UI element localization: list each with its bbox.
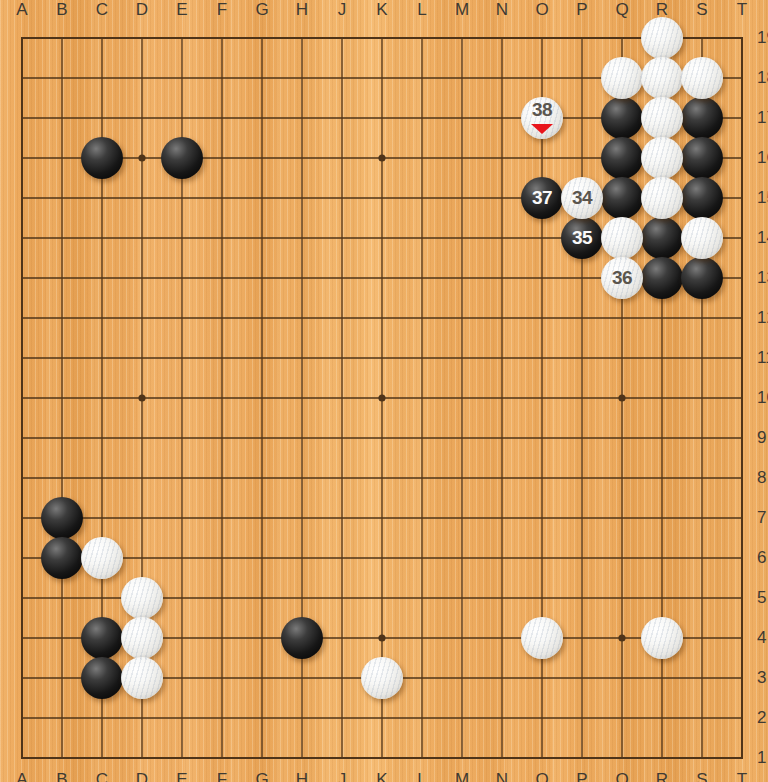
row-label-right: 13 [757, 269, 768, 287]
black-stone [41, 497, 83, 539]
row-label-right: 8 [757, 469, 768, 487]
row-label-right: 19 [757, 29, 768, 47]
white-stone [601, 217, 643, 259]
column-label-top: D [131, 1, 153, 19]
column-label-top: H [291, 1, 313, 19]
column-label-bottom: O [531, 771, 553, 782]
black-stone [281, 617, 323, 659]
column-label-bottom: J [331, 771, 353, 782]
row-label-right: 4 [757, 629, 768, 647]
column-label-top: B [51, 1, 73, 19]
row-label-right: 7 [757, 509, 768, 527]
white-stone [641, 137, 683, 179]
column-label-bottom: S [691, 771, 713, 782]
go-board[interactable]: ABCDEFGHJKLMNOPQRST ABCDEFGHJKLMNOPQRST … [0, 0, 768, 782]
move-38-stone: 38 [521, 97, 563, 139]
move-35-stone: 35 [561, 217, 603, 259]
column-label-top: Q [611, 1, 633, 19]
column-label-top: J [331, 1, 353, 19]
row-label-right: 16 [757, 149, 768, 167]
white-stone [641, 97, 683, 139]
column-label-bottom: P [571, 771, 593, 782]
row-label-right: 14 [757, 229, 768, 247]
white-stone [641, 617, 683, 659]
row-label-right: 5 [757, 589, 768, 607]
star-point [378, 634, 385, 641]
star-point [138, 154, 145, 161]
star-point [378, 394, 385, 401]
column-label-bottom: D [131, 771, 153, 782]
white-stone [641, 177, 683, 219]
column-label-bottom: C [91, 771, 113, 782]
move-number: 36 [601, 257, 643, 299]
black-stone [681, 257, 723, 299]
star-point [138, 394, 145, 401]
column-label-top: T [731, 1, 753, 19]
column-label-bottom: N [491, 771, 513, 782]
star-point [378, 154, 385, 161]
column-label-top: E [171, 1, 193, 19]
white-stone [121, 617, 163, 659]
column-label-top: G [251, 1, 273, 19]
white-stone [601, 57, 643, 99]
column-label-top: P [571, 1, 593, 19]
white-stone [521, 617, 563, 659]
white-stone [641, 17, 683, 59]
black-stone [81, 137, 123, 179]
column-label-top: O [531, 1, 553, 19]
move-number: 37 [521, 177, 563, 219]
white-stone [121, 657, 163, 699]
white-stone [641, 57, 683, 99]
black-stone [681, 97, 723, 139]
white-stone [681, 57, 723, 99]
column-label-top: C [91, 1, 113, 19]
move-34-stone: 34 [561, 177, 603, 219]
column-label-bottom: L [411, 771, 433, 782]
row-label-right: 12 [757, 309, 768, 327]
column-label-bottom: G [251, 771, 273, 782]
black-stone [681, 137, 723, 179]
star-point [618, 394, 625, 401]
row-label-right: 2 [757, 709, 768, 727]
row-label-right: 15 [757, 189, 768, 207]
white-stone [121, 577, 163, 619]
column-label-bottom: H [291, 771, 313, 782]
column-label-top: S [691, 1, 713, 19]
row-label-right: 11 [757, 349, 768, 367]
row-label-right: 10 [757, 389, 768, 407]
row-label-right: 3 [757, 669, 768, 687]
column-label-bottom: F [211, 771, 233, 782]
column-label-bottom: E [171, 771, 193, 782]
black-stone [601, 137, 643, 179]
black-stone [41, 537, 83, 579]
move-36-stone: 36 [601, 257, 643, 299]
star-point [618, 634, 625, 641]
column-label-top: M [451, 1, 473, 19]
column-label-top: L [411, 1, 433, 19]
black-stone [601, 177, 643, 219]
black-stone [81, 657, 123, 699]
column-label-bottom: A [11, 771, 33, 782]
black-stone [601, 97, 643, 139]
row-label-right: 9 [757, 429, 768, 447]
row-label-right: 6 [757, 549, 768, 567]
column-label-bottom: K [371, 771, 393, 782]
column-label-top: F [211, 1, 233, 19]
row-label-right: 1 [757, 749, 768, 767]
move-number: 35 [561, 217, 603, 259]
column-label-bottom: T [731, 771, 753, 782]
column-label-top: K [371, 1, 393, 19]
white-stone [681, 217, 723, 259]
row-label-right: 18 [757, 69, 768, 87]
column-label-bottom: R [651, 771, 673, 782]
black-stone [161, 137, 203, 179]
black-stone [641, 217, 683, 259]
column-label-bottom: B [51, 771, 73, 782]
row-label-right: 17 [757, 109, 768, 127]
white-stone [81, 537, 123, 579]
white-stone [361, 657, 403, 699]
column-label-top: A [11, 1, 33, 19]
move-37-stone: 37 [521, 177, 563, 219]
last-move-marker-icon [531, 124, 553, 134]
column-label-bottom: Q [611, 771, 633, 782]
move-number: 34 [561, 177, 603, 219]
black-stone [81, 617, 123, 659]
column-label-top: N [491, 1, 513, 19]
column-label-bottom: M [451, 771, 473, 782]
black-stone [681, 177, 723, 219]
black-stone [641, 257, 683, 299]
